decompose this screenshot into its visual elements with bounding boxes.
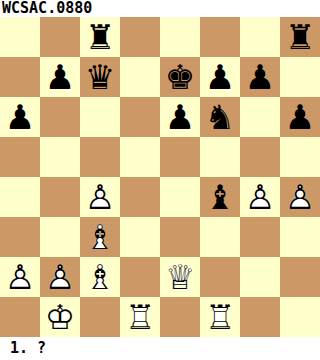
white-rook: ♜♖ xyxy=(120,297,160,337)
square-c6[interactable] xyxy=(80,97,120,137)
square-e4[interactable] xyxy=(160,177,200,217)
chess-puzzle-window: WCSAC.0880 ♜♜♟♛♚♟♟♟♟♞♟♟♙♝♟♙♟♙♝♗♟♙♟♙♝♗♛♕♚… xyxy=(0,0,320,360)
black-rook: ♜ xyxy=(280,17,320,57)
puzzle-title: WCSAC.0880 xyxy=(0,0,320,17)
square-e7[interactable]: ♚ xyxy=(160,57,200,97)
black-knight: ♞ xyxy=(200,97,240,137)
white-bishop-outline: ♗ xyxy=(80,257,120,297)
white-pawn: ♟♙ xyxy=(240,177,280,217)
square-f1[interactable]: ♜♖ xyxy=(200,297,240,337)
square-c7[interactable]: ♛ xyxy=(80,57,120,97)
square-a4[interactable] xyxy=(0,177,40,217)
square-d2[interactable] xyxy=(120,257,160,297)
square-g1[interactable] xyxy=(240,297,280,337)
white-pawn-outline: ♙ xyxy=(40,257,80,297)
square-h2[interactable] xyxy=(280,257,320,297)
square-e5[interactable] xyxy=(160,137,200,177)
square-a7[interactable] xyxy=(0,57,40,97)
square-b1[interactable]: ♚♔ xyxy=(40,297,80,337)
black-pawn: ♟ xyxy=(0,97,40,137)
square-b4[interactable] xyxy=(40,177,80,217)
square-g6[interactable] xyxy=(240,97,280,137)
white-pawn: ♟♙ xyxy=(280,177,320,217)
square-d3[interactable] xyxy=(120,217,160,257)
white-rook-outline: ♖ xyxy=(120,297,160,337)
square-a1[interactable] xyxy=(0,297,40,337)
white-queen: ♛♕ xyxy=(160,257,200,297)
square-d7[interactable] xyxy=(120,57,160,97)
square-f5[interactable] xyxy=(200,137,240,177)
black-pawn: ♟ xyxy=(280,97,320,137)
square-b5[interactable] xyxy=(40,137,80,177)
square-c5[interactable] xyxy=(80,137,120,177)
white-bishop-outline: ♗ xyxy=(80,217,120,257)
square-f7[interactable]: ♟ xyxy=(200,57,240,97)
square-b2[interactable]: ♟♙ xyxy=(40,257,80,297)
black-pawn: ♟ xyxy=(40,57,80,97)
square-c3[interactable]: ♝♗ xyxy=(80,217,120,257)
square-h1[interactable] xyxy=(280,297,320,337)
black-rook: ♜ xyxy=(80,17,120,57)
square-c4[interactable]: ♟♙ xyxy=(80,177,120,217)
white-pawn-outline: ♙ xyxy=(0,257,40,297)
square-e3[interactable] xyxy=(160,217,200,257)
square-d1[interactable]: ♜♖ xyxy=(120,297,160,337)
square-d4[interactable] xyxy=(120,177,160,217)
white-bishop: ♝♗ xyxy=(80,257,120,297)
black-pawn: ♟ xyxy=(240,57,280,97)
square-h8[interactable]: ♜ xyxy=(280,17,320,57)
white-king: ♚♔ xyxy=(40,297,80,337)
square-d8[interactable] xyxy=(120,17,160,57)
square-b8[interactable] xyxy=(40,17,80,57)
square-e1[interactable] xyxy=(160,297,200,337)
square-g4[interactable]: ♟♙ xyxy=(240,177,280,217)
black-bishop: ♝ xyxy=(200,177,240,217)
square-c1[interactable] xyxy=(80,297,120,337)
square-c2[interactable]: ♝♗ xyxy=(80,257,120,297)
white-pawn: ♟♙ xyxy=(0,257,40,297)
white-queen-outline: ♕ xyxy=(160,257,200,297)
square-f4[interactable]: ♝ xyxy=(200,177,240,217)
square-f3[interactable] xyxy=(200,217,240,257)
white-pawn-outline: ♙ xyxy=(80,177,120,217)
white-pawn: ♟♙ xyxy=(80,177,120,217)
square-d6[interactable] xyxy=(120,97,160,137)
square-a6[interactable]: ♟ xyxy=(0,97,40,137)
black-pawn: ♟ xyxy=(160,97,200,137)
square-b6[interactable] xyxy=(40,97,80,137)
square-h4[interactable]: ♟♙ xyxy=(280,177,320,217)
square-a2[interactable]: ♟♙ xyxy=(0,257,40,297)
white-king-outline: ♔ xyxy=(40,297,80,337)
square-h7[interactable] xyxy=(280,57,320,97)
square-a5[interactable] xyxy=(0,137,40,177)
square-f2[interactable] xyxy=(200,257,240,297)
square-d5[interactable] xyxy=(120,137,160,177)
square-h6[interactable]: ♟ xyxy=(280,97,320,137)
square-h3[interactable] xyxy=(280,217,320,257)
black-queen: ♛ xyxy=(80,57,120,97)
white-pawn-outline: ♙ xyxy=(240,177,280,217)
square-g5[interactable] xyxy=(240,137,280,177)
square-e8[interactable] xyxy=(160,17,200,57)
square-g8[interactable] xyxy=(240,17,280,57)
white-rook-outline: ♖ xyxy=(200,297,240,337)
square-c8[interactable]: ♜ xyxy=(80,17,120,57)
square-g7[interactable]: ♟ xyxy=(240,57,280,97)
white-rook: ♜♖ xyxy=(200,297,240,337)
white-pawn: ♟♙ xyxy=(40,257,80,297)
square-e2[interactable]: ♛♕ xyxy=(160,257,200,297)
square-b7[interactable]: ♟ xyxy=(40,57,80,97)
square-a3[interactable] xyxy=(0,217,40,257)
black-king: ♚ xyxy=(160,57,200,97)
square-h5[interactable] xyxy=(280,137,320,177)
white-pawn-outline: ♙ xyxy=(280,177,320,217)
chess-board: ♜♜♟♛♚♟♟♟♟♞♟♟♙♝♟♙♟♙♝♗♟♙♟♙♝♗♛♕♚♔♜♖♜♖ xyxy=(0,17,320,337)
square-g2[interactable] xyxy=(240,257,280,297)
square-b3[interactable] xyxy=(40,217,80,257)
square-g3[interactable] xyxy=(240,217,280,257)
move-prompt: 1. ? xyxy=(0,337,320,360)
square-a8[interactable] xyxy=(0,17,40,57)
black-pawn: ♟ xyxy=(200,57,240,97)
square-f6[interactable]: ♞ xyxy=(200,97,240,137)
square-f8[interactable] xyxy=(200,17,240,57)
white-bishop: ♝♗ xyxy=(80,217,120,257)
square-e6[interactable]: ♟ xyxy=(160,97,200,137)
